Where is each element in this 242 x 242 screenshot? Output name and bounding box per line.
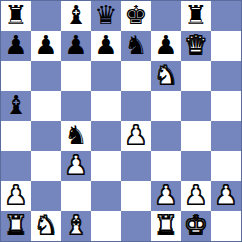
black-pawn-a7: ♟ <box>4 31 27 60</box>
square-c4[interactable]: ♞ <box>61 121 91 151</box>
square-f1[interactable]: ♜ <box>151 211 181 241</box>
square-b4[interactable] <box>31 121 61 151</box>
white-pawn-e4: ♟ <box>124 121 147 150</box>
square-f7[interactable]: ♟ <box>151 31 181 61</box>
square-g2[interactable]: ♟ <box>181 181 211 211</box>
square-f4[interactable] <box>151 121 181 151</box>
white-rook-f1: ♜ <box>154 211 177 240</box>
square-a8[interactable]: ♜ <box>1 1 31 31</box>
square-b8[interactable] <box>31 1 61 31</box>
square-h8[interactable] <box>211 1 241 31</box>
square-f3[interactable] <box>151 151 181 181</box>
square-b7[interactable]: ♟ <box>31 31 61 61</box>
white-rook-a1: ♜ <box>4 211 27 240</box>
square-d7[interactable]: ♟ <box>91 31 121 61</box>
black-queen-d8: ♛ <box>94 1 117 30</box>
square-c7[interactable]: ♟ <box>61 31 91 61</box>
black-pawn-b7: ♟ <box>34 31 57 60</box>
square-h7[interactable] <box>211 31 241 61</box>
square-a7[interactable]: ♟ <box>1 31 31 61</box>
black-knight-c4: ♞ <box>64 121 87 150</box>
square-c6[interactable] <box>61 61 91 91</box>
black-rook-a8: ♜ <box>4 1 27 30</box>
white-pawn-g2: ♟ <box>184 181 207 210</box>
white-queen-g7: ♛ <box>184 31 207 60</box>
white-pawn-h2: ♟ <box>214 181 237 210</box>
square-d8[interactable]: ♛ <box>91 1 121 31</box>
square-g5[interactable] <box>181 91 211 121</box>
square-e1[interactable] <box>121 211 151 241</box>
white-pawn-c3: ♟ <box>64 151 87 180</box>
square-a2[interactable]: ♟ <box>1 181 31 211</box>
square-c2[interactable] <box>61 181 91 211</box>
square-b2[interactable] <box>31 181 61 211</box>
square-e3[interactable] <box>121 151 151 181</box>
square-f5[interactable] <box>151 91 181 121</box>
white-knight-f6: ♞ <box>154 61 177 90</box>
black-rook-g8: ♜ <box>184 1 207 30</box>
white-king-g1: ♚ <box>184 211 207 240</box>
square-g7[interactable]: ♛ <box>181 31 211 61</box>
square-h3[interactable] <box>211 151 241 181</box>
square-b1[interactable]: ♞ <box>31 211 61 241</box>
square-d3[interactable] <box>91 151 121 181</box>
square-h4[interactable] <box>211 121 241 151</box>
square-c3[interactable]: ♟ <box>61 151 91 181</box>
square-f2[interactable]: ♟ <box>151 181 181 211</box>
chess-board: ♜♝♛♚♜♟♟♟♟♞♟♛♞♝♞♟♟♟♟♟♟♜♞♝♜♚ <box>0 0 242 242</box>
black-pawn-d7: ♟ <box>94 31 117 60</box>
square-b5[interactable] <box>31 91 61 121</box>
square-e8[interactable]: ♚ <box>121 1 151 31</box>
square-b6[interactable] <box>31 61 61 91</box>
black-bishop-c8: ♝ <box>64 1 87 30</box>
square-e2[interactable] <box>121 181 151 211</box>
black-pawn-c7: ♟ <box>64 31 87 60</box>
square-e7[interactable]: ♞ <box>121 31 151 61</box>
square-d5[interactable] <box>91 91 121 121</box>
square-g8[interactable]: ♜ <box>181 1 211 31</box>
square-a6[interactable] <box>1 61 31 91</box>
square-g1[interactable]: ♚ <box>181 211 211 241</box>
square-a3[interactable] <box>1 151 31 181</box>
square-d1[interactable] <box>91 211 121 241</box>
square-a5[interactable]: ♝ <box>1 91 31 121</box>
white-knight-b1: ♞ <box>34 211 57 240</box>
square-b3[interactable] <box>31 151 61 181</box>
square-d6[interactable] <box>91 61 121 91</box>
square-a1[interactable]: ♜ <box>1 211 31 241</box>
square-c5[interactable] <box>61 91 91 121</box>
square-f8[interactable] <box>151 1 181 31</box>
square-h6[interactable] <box>211 61 241 91</box>
square-g6[interactable] <box>181 61 211 91</box>
white-pawn-f2: ♟ <box>154 181 177 210</box>
square-f6[interactable]: ♞ <box>151 61 181 91</box>
square-c1[interactable]: ♝ <box>61 211 91 241</box>
square-c8[interactable]: ♝ <box>61 1 91 31</box>
square-h2[interactable]: ♟ <box>211 181 241 211</box>
white-pawn-a2: ♟ <box>4 181 27 210</box>
black-knight-e7: ♞ <box>124 31 147 60</box>
black-bishop-a5: ♝ <box>4 91 27 120</box>
black-pawn-f7: ♟ <box>154 31 177 60</box>
square-a4[interactable] <box>1 121 31 151</box>
square-e4[interactable]: ♟ <box>121 121 151 151</box>
square-g3[interactable] <box>181 151 211 181</box>
black-king-e8: ♚ <box>124 1 147 30</box>
square-e5[interactable] <box>121 91 151 121</box>
square-d4[interactable] <box>91 121 121 151</box>
white-bishop-c1: ♝ <box>64 211 87 240</box>
square-g4[interactable] <box>181 121 211 151</box>
square-d2[interactable] <box>91 181 121 211</box>
square-h5[interactable] <box>211 91 241 121</box>
square-e6[interactable] <box>121 61 151 91</box>
square-h1[interactable] <box>211 211 241 241</box>
